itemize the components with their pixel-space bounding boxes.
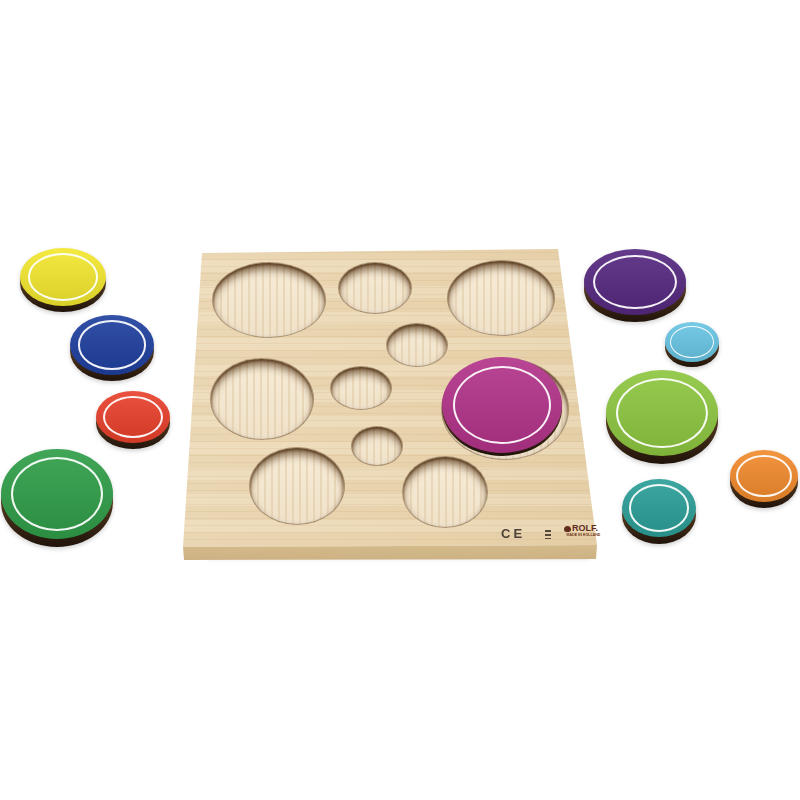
scene: CE ROLF. MADE IN HOLLAND bbox=[0, 0, 800, 800]
disc-magenta[interactable] bbox=[442, 357, 562, 456]
disc-ring bbox=[453, 366, 551, 445]
object-layer bbox=[0, 0, 800, 800]
disc-ring bbox=[616, 378, 708, 449]
disc-ring bbox=[629, 484, 690, 532]
recess-top-center-medium[interactable] bbox=[338, 262, 412, 314]
recess-mid-upper-center-small[interactable] bbox=[386, 323, 448, 367]
disc-face bbox=[730, 450, 798, 502]
disc-ring bbox=[78, 320, 147, 369]
disc-yellow[interactable] bbox=[20, 248, 106, 312]
disc-face bbox=[442, 357, 562, 453]
disc-face bbox=[584, 249, 686, 315]
disc-orange[interactable] bbox=[730, 450, 798, 508]
recess-bottom-center-medium[interactable] bbox=[402, 456, 488, 528]
disc-green[interactable] bbox=[1, 449, 113, 547]
disc-purple[interactable] bbox=[584, 249, 686, 322]
disc-face bbox=[96, 391, 170, 443]
disc-face bbox=[20, 248, 106, 306]
disc-sky-blue[interactable] bbox=[665, 322, 719, 367]
disc-face bbox=[1, 449, 113, 539]
disc-ring bbox=[103, 396, 164, 439]
disc-face bbox=[606, 370, 718, 456]
disc-teal[interactable] bbox=[622, 479, 696, 544]
disc-ring bbox=[28, 253, 99, 301]
disc-face bbox=[70, 315, 154, 375]
recess-mid-center-small[interactable] bbox=[330, 366, 392, 410]
recess-top-right-large[interactable] bbox=[447, 260, 555, 336]
recess-mid-left-large[interactable] bbox=[210, 358, 314, 440]
disc-lime-green[interactable] bbox=[606, 370, 718, 464]
recess-bottom-left-large[interactable] bbox=[249, 447, 345, 525]
disc-ring bbox=[736, 455, 792, 498]
disc-face bbox=[622, 479, 696, 537]
recess-low-center-smallest[interactable] bbox=[351, 426, 403, 466]
disc-ring bbox=[11, 457, 103, 531]
disc-ring bbox=[670, 326, 714, 359]
recess-top-left-large[interactable] bbox=[212, 262, 326, 338]
disc-face bbox=[665, 322, 719, 362]
disc-blue[interactable] bbox=[70, 315, 154, 381]
disc-red[interactable] bbox=[96, 391, 170, 449]
disc-ring bbox=[593, 255, 677, 309]
